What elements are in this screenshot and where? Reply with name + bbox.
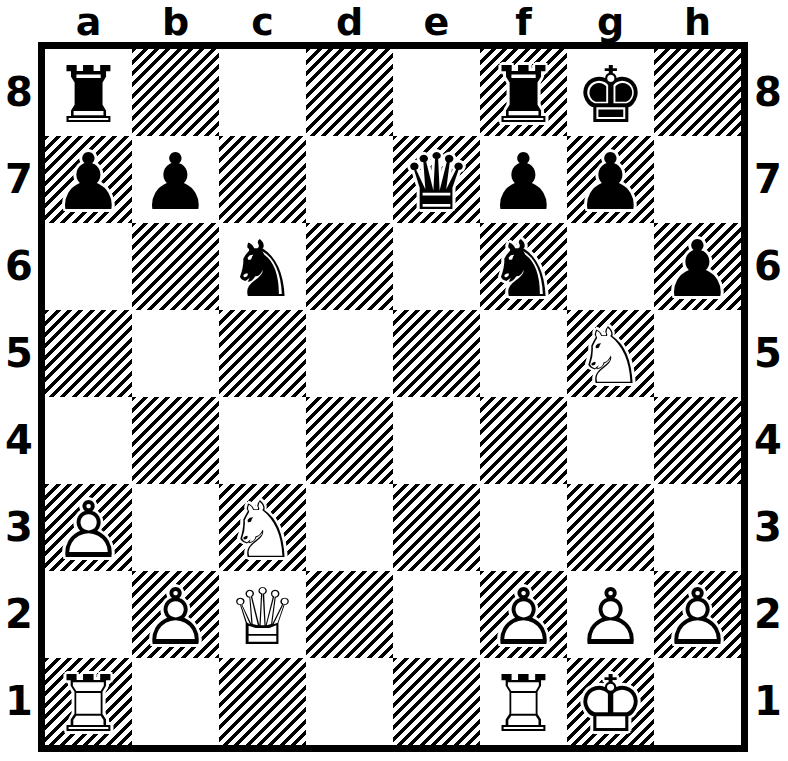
white-piece-outline: ♙ [45, 484, 132, 571]
white-king: ♚♔ [567, 658, 654, 745]
black-rook: ♜ [45, 49, 132, 136]
file-label-d: d [306, 0, 393, 42]
square-h5 [654, 310, 741, 397]
square-f4 [480, 397, 567, 484]
black-pawn: ♟ [132, 136, 219, 223]
rank-label-right-6: 6 [749, 223, 787, 310]
square-d8 [306, 49, 393, 136]
white-pawn: ♟♙ [132, 571, 219, 658]
square-b5 [132, 310, 219, 397]
white-piece-outline: ♙ [654, 571, 741, 658]
square-d2 [306, 571, 393, 658]
rank-label-left-4: 4 [0, 397, 38, 484]
square-h2: ♟♙ [654, 571, 741, 658]
square-c5 [219, 310, 306, 397]
square-e1 [393, 658, 480, 745]
square-b2: ♟♙ [132, 571, 219, 658]
rank-label-right-4: 4 [749, 397, 787, 484]
black-piece-glyph: ♜ [45, 49, 132, 136]
white-piece-outline: ♙ [480, 571, 567, 658]
square-a4 [45, 397, 132, 484]
square-a1: ♜♖ [45, 658, 132, 745]
rank-label-right-8: 8 [749, 49, 787, 136]
chess-diagram-page: { "game": "chess", "diagram_style": "pri… [0, 0, 788, 761]
black-rook: ♜ [480, 49, 567, 136]
black-piece-glyph: ♞ [219, 223, 306, 310]
white-pawn: ♟♙ [45, 484, 132, 571]
square-a6 [45, 223, 132, 310]
square-e3 [393, 484, 480, 571]
black-knight: ♞ [480, 223, 567, 310]
black-piece-glyph: ♟ [654, 223, 741, 310]
rank-label-left-3: 3 [0, 484, 38, 571]
square-g2: ♟♙ [567, 571, 654, 658]
file-label-a: a [45, 0, 132, 42]
white-knight: ♞♘ [219, 484, 306, 571]
black-piece-glyph: ♜ [480, 49, 567, 136]
square-g8: ♚ [567, 49, 654, 136]
white-knight: ♞♘ [567, 310, 654, 397]
white-piece-outline: ♙ [567, 571, 654, 658]
black-piece-glyph: ♟ [132, 136, 219, 223]
square-c1 [219, 658, 306, 745]
square-f7: ♟ [480, 136, 567, 223]
white-piece-outline: ♘ [567, 310, 654, 397]
file-label-f: f [480, 0, 567, 42]
square-d4 [306, 397, 393, 484]
file-label-b: b [132, 0, 219, 42]
square-f8: ♜ [480, 49, 567, 136]
square-h3 [654, 484, 741, 571]
black-piece-glyph: ♛ [393, 136, 480, 223]
white-queen: ♛♕ [219, 571, 306, 658]
square-g1: ♚♔ [567, 658, 654, 745]
white-piece-outline: ♘ [219, 484, 306, 571]
rank-label-right-2: 2 [749, 571, 787, 658]
black-piece-glyph: ♟ [567, 136, 654, 223]
square-b3 [132, 484, 219, 571]
square-d1 [306, 658, 393, 745]
square-b6 [132, 223, 219, 310]
square-g7: ♟ [567, 136, 654, 223]
square-e7: ♛ [393, 136, 480, 223]
white-piece-outline: ♔ [567, 658, 654, 745]
square-a8: ♜ [45, 49, 132, 136]
black-pawn: ♟ [45, 136, 132, 223]
square-f2: ♟♙ [480, 571, 567, 658]
square-b8 [132, 49, 219, 136]
black-piece-glyph: ♟ [45, 136, 132, 223]
rank-label-right-3: 3 [749, 484, 787, 571]
black-pawn: ♟ [654, 223, 741, 310]
square-f5 [480, 310, 567, 397]
square-b1 [132, 658, 219, 745]
square-g3 [567, 484, 654, 571]
square-d3 [306, 484, 393, 571]
white-piece-outline: ♖ [45, 658, 132, 745]
black-queen: ♛ [393, 136, 480, 223]
white-rook: ♜♖ [45, 658, 132, 745]
rank-label-right-7: 7 [749, 136, 787, 223]
square-c4 [219, 397, 306, 484]
square-g5: ♞♘ [567, 310, 654, 397]
square-c6: ♞ [219, 223, 306, 310]
square-a7: ♟ [45, 136, 132, 223]
square-h4 [654, 397, 741, 484]
white-piece-outline: ♕ [219, 571, 306, 658]
rank-label-left-1: 1 [0, 658, 38, 745]
black-piece-glyph: ♞ [480, 223, 567, 310]
square-c3: ♞♘ [219, 484, 306, 571]
file-label-c: c [219, 0, 306, 42]
square-e5 [393, 310, 480, 397]
square-c8 [219, 49, 306, 136]
square-b7: ♟ [132, 136, 219, 223]
square-e6 [393, 223, 480, 310]
square-h7 [654, 136, 741, 223]
chess-board: ♜♜♚♟♟♛♟♟♞♞♟♞♘♟♙♞♘♟♙♛♕♟♙♟♙♟♙♜♖♜♖♚♔ [38, 42, 748, 752]
black-king: ♚ [567, 49, 654, 136]
white-pawn: ♟♙ [654, 571, 741, 658]
square-f6: ♞ [480, 223, 567, 310]
white-piece-outline: ♙ [132, 571, 219, 658]
rank-label-left-6: 6 [0, 223, 38, 310]
file-label-e: e [393, 0, 480, 42]
black-knight: ♞ [219, 223, 306, 310]
file-label-g: g [567, 0, 654, 42]
square-d7 [306, 136, 393, 223]
file-label-h: h [654, 0, 741, 42]
black-pawn: ♟ [567, 136, 654, 223]
square-g6 [567, 223, 654, 310]
square-d6 [306, 223, 393, 310]
white-pawn: ♟♙ [480, 571, 567, 658]
square-d5 [306, 310, 393, 397]
square-g4 [567, 397, 654, 484]
square-a3: ♟♙ [45, 484, 132, 571]
black-piece-glyph: ♟ [480, 136, 567, 223]
rank-label-left-8: 8 [0, 49, 38, 136]
square-f3 [480, 484, 567, 571]
square-c2: ♛♕ [219, 571, 306, 658]
rank-label-right-5: 5 [749, 310, 787, 397]
square-f1: ♜♖ [480, 658, 567, 745]
rank-label-right-1: 1 [749, 658, 787, 745]
rank-label-left-5: 5 [0, 310, 38, 397]
square-a5 [45, 310, 132, 397]
square-e2 [393, 571, 480, 658]
white-pawn: ♟♙ [567, 571, 654, 658]
square-h6: ♟ [654, 223, 741, 310]
square-e4 [393, 397, 480, 484]
square-e8 [393, 49, 480, 136]
square-h1 [654, 658, 741, 745]
square-b4 [132, 397, 219, 484]
square-h8 [654, 49, 741, 136]
black-piece-glyph: ♚ [567, 49, 654, 136]
black-pawn: ♟ [480, 136, 567, 223]
square-a2 [45, 571, 132, 658]
white-rook: ♜♖ [480, 658, 567, 745]
rank-label-left-2: 2 [0, 571, 38, 658]
square-c7 [219, 136, 306, 223]
rank-label-left-7: 7 [0, 136, 38, 223]
white-piece-outline: ♖ [480, 658, 567, 745]
